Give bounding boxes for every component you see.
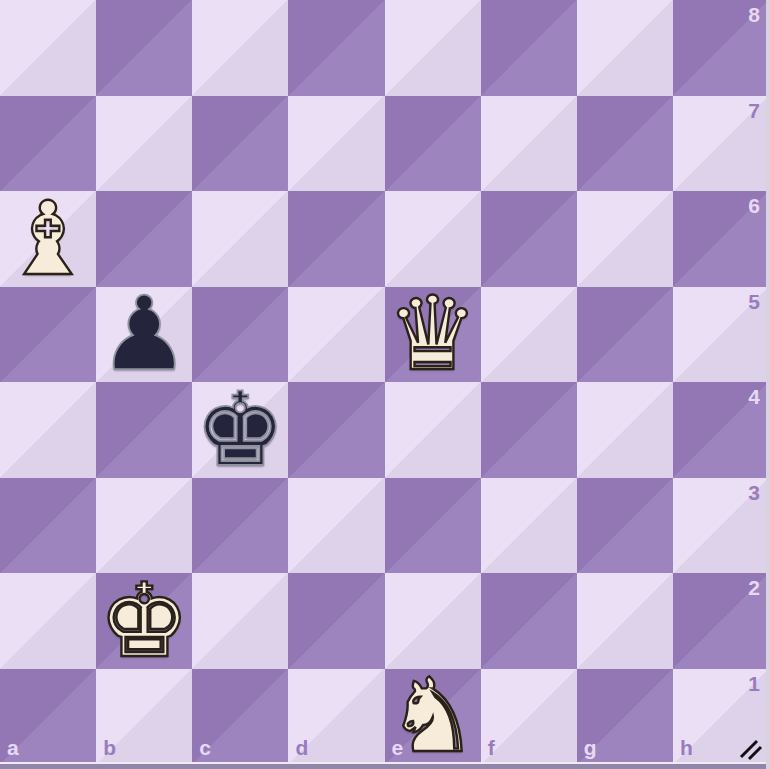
chess-board: 87♝6♟♛5♚43♚2abcd♞efg1h xyxy=(0,0,769,764)
square-e7[interactable] xyxy=(385,96,481,192)
square-e5[interactable]: ♛ xyxy=(385,287,481,383)
square-a6[interactable]: ♝ xyxy=(0,191,96,287)
rank-label-7: 7 xyxy=(748,100,760,121)
diagonal-resize-icon xyxy=(738,736,763,761)
square-b7[interactable] xyxy=(96,96,192,192)
rank-label-5: 5 xyxy=(748,291,760,312)
square-c1[interactable]: c xyxy=(192,669,288,765)
square-f2[interactable] xyxy=(481,573,577,669)
square-g7[interactable] xyxy=(577,96,673,192)
square-c3[interactable] xyxy=(192,478,288,574)
rank-label-8: 8 xyxy=(748,4,760,25)
square-c2[interactable] xyxy=(192,573,288,669)
square-b8[interactable] xyxy=(96,0,192,96)
square-h4[interactable]: 4 xyxy=(673,382,769,478)
square-a7[interactable] xyxy=(0,96,96,192)
square-b5[interactable]: ♟ xyxy=(96,287,192,383)
square-a2[interactable] xyxy=(0,573,96,669)
square-e6[interactable] xyxy=(385,191,481,287)
square-c7[interactable] xyxy=(192,96,288,192)
square-a8[interactable] xyxy=(0,0,96,96)
square-h6[interactable]: 6 xyxy=(673,191,769,287)
square-e2[interactable] xyxy=(385,573,481,669)
square-d2[interactable] xyxy=(288,573,384,669)
square-g5[interactable] xyxy=(577,287,673,383)
board-resize-handle[interactable] xyxy=(738,736,763,761)
board-bottom-edge xyxy=(0,762,769,769)
square-c6[interactable] xyxy=(192,191,288,287)
square-b4[interactable] xyxy=(96,382,192,478)
square-g8[interactable] xyxy=(577,0,673,96)
square-e1[interactable]: ♞e xyxy=(385,669,481,765)
square-c4[interactable]: ♚ xyxy=(192,382,288,478)
square-d6[interactable] xyxy=(288,191,384,287)
square-g6[interactable] xyxy=(577,191,673,287)
square-f4[interactable] xyxy=(481,382,577,478)
rank-label-4: 4 xyxy=(748,386,760,407)
chess-app-screen: 87♝6♟♛5♚43♚2abcd♞efg1h xyxy=(0,0,769,769)
square-d5[interactable] xyxy=(288,287,384,383)
square-h2[interactable]: 2 xyxy=(673,573,769,669)
file-label-f: f xyxy=(488,737,495,758)
white-knight[interactable]: ♞ xyxy=(385,669,481,765)
square-b6[interactable] xyxy=(96,191,192,287)
square-e3[interactable] xyxy=(385,478,481,574)
square-h3[interactable]: 3 xyxy=(673,478,769,574)
square-g1[interactable]: g xyxy=(577,669,673,765)
square-e4[interactable] xyxy=(385,382,481,478)
square-d8[interactable] xyxy=(288,0,384,96)
square-d1[interactable]: d xyxy=(288,669,384,765)
rank-label-2: 2 xyxy=(748,577,760,598)
square-h8[interactable]: 8 xyxy=(673,0,769,96)
square-f3[interactable] xyxy=(481,478,577,574)
square-d4[interactable] xyxy=(288,382,384,478)
square-f1[interactable]: f xyxy=(481,669,577,765)
square-a4[interactable] xyxy=(0,382,96,478)
square-f5[interactable] xyxy=(481,287,577,383)
square-h5[interactable]: 5 xyxy=(673,287,769,383)
rank-label-1: 1 xyxy=(748,673,760,694)
square-f8[interactable] xyxy=(481,0,577,96)
square-a5[interactable] xyxy=(0,287,96,383)
square-g3[interactable] xyxy=(577,478,673,574)
square-g4[interactable] xyxy=(577,382,673,478)
black-king[interactable]: ♚ xyxy=(192,382,288,478)
square-f7[interactable] xyxy=(481,96,577,192)
rank-label-3: 3 xyxy=(748,482,760,503)
white-king[interactable]: ♚ xyxy=(96,573,192,669)
file-label-a: a xyxy=(7,737,19,758)
square-d7[interactable] xyxy=(288,96,384,192)
square-b2[interactable]: ♚ xyxy=(96,573,192,669)
file-label-h: h xyxy=(680,737,693,758)
file-label-g: g xyxy=(584,737,597,758)
white-queen[interactable]: ♛ xyxy=(385,287,481,383)
square-h7[interactable]: 7 xyxy=(673,96,769,192)
square-c8[interactable] xyxy=(192,0,288,96)
white-bishop[interactable]: ♝ xyxy=(0,191,96,287)
file-label-c: c xyxy=(199,737,211,758)
square-b1[interactable]: b xyxy=(96,669,192,765)
file-label-b: b xyxy=(103,737,116,758)
square-g2[interactable] xyxy=(577,573,673,669)
square-c5[interactable] xyxy=(192,287,288,383)
rank-label-6: 6 xyxy=(748,195,760,216)
file-label-d: d xyxy=(295,737,308,758)
square-d3[interactable] xyxy=(288,478,384,574)
square-a3[interactable] xyxy=(0,478,96,574)
square-b3[interactable] xyxy=(96,478,192,574)
square-e8[interactable] xyxy=(385,0,481,96)
square-f6[interactable] xyxy=(481,191,577,287)
black-pawn[interactable]: ♟ xyxy=(96,287,192,383)
square-a1[interactable]: a xyxy=(0,669,96,765)
